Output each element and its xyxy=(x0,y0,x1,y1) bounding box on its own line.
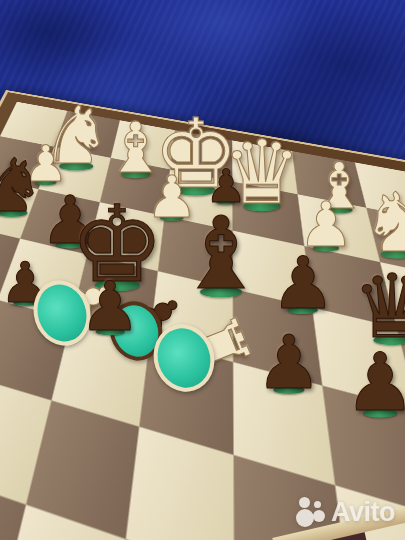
piece-black-pawn: ♟ xyxy=(256,325,322,399)
pieces-layer: ♞♝♚♛♝♟♟♟♟♞♞♟♚♝♟♛♟♟♟♟♜♟♟ xyxy=(0,0,405,540)
piece-black-pawn: ♟ xyxy=(344,343,405,423)
piece-black-bishop: ♝ xyxy=(176,204,266,304)
avito-logo-icon xyxy=(296,496,326,528)
piece-white-knight: ♞ xyxy=(361,182,405,264)
piece-black-knight: ♞ xyxy=(0,148,45,222)
piece-black-pawn: ♟ xyxy=(80,273,141,341)
listing-photo: ♞♝♚♛♝♟♟♟♟♞♞♟♚♝♟♛♟♟♟♟♜♟♟ Avito xyxy=(0,0,405,540)
piece-black-pawn: ♟ xyxy=(271,247,336,319)
avito-watermark: Avito xyxy=(296,496,395,528)
watermark-text: Avito xyxy=(331,497,395,528)
